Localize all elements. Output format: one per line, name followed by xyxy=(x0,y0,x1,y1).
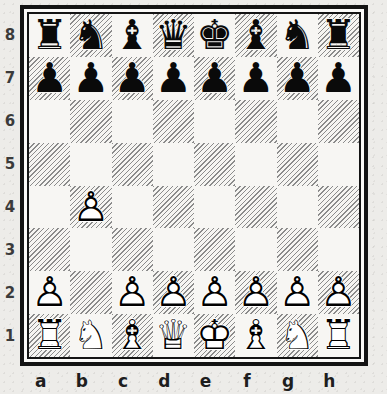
white-knight-g1[interactable]: ♞♘ xyxy=(277,314,318,357)
file-label-a: a xyxy=(20,369,61,393)
square-h5[interactable] xyxy=(318,143,359,186)
square-h8[interactable]: ♜ xyxy=(318,14,359,57)
white-pawn-h2[interactable]: ♟♙ xyxy=(318,271,359,314)
file-labels: abcdefgh xyxy=(20,369,350,393)
white-queen-d1[interactable]: ♛♕ xyxy=(153,314,194,357)
square-b6[interactable] xyxy=(70,100,111,143)
black-queen-d8[interactable]: ♛ xyxy=(153,14,194,57)
square-h6[interactable] xyxy=(318,100,359,143)
white-piece-outline: ♗ xyxy=(235,314,276,357)
square-a1[interactable]: ♜♖ xyxy=(29,314,70,357)
file-label-d: d xyxy=(144,369,185,393)
square-f5[interactable] xyxy=(235,143,276,186)
white-bishop-f1[interactable]: ♝♗ xyxy=(235,314,276,357)
square-f8[interactable]: ♝ xyxy=(235,14,276,57)
white-piece-outline: ♔ xyxy=(194,314,235,357)
white-pawn-a2[interactable]: ♟♙ xyxy=(29,271,70,314)
square-d2[interactable]: ♟♙ xyxy=(153,271,194,314)
square-h4[interactable] xyxy=(318,186,359,229)
rank-label-7: 7 xyxy=(0,57,20,100)
white-piece-outline: ♙ xyxy=(194,271,235,314)
square-b4[interactable]: ♟♙ xyxy=(70,186,111,229)
square-d4[interactable] xyxy=(153,186,194,229)
square-d8[interactable]: ♛ xyxy=(153,14,194,57)
square-e1[interactable]: ♚♔ xyxy=(194,314,235,357)
square-f4[interactable] xyxy=(235,186,276,229)
square-h7[interactable]: ♟ xyxy=(318,57,359,100)
white-piece-outline: ♖ xyxy=(29,314,70,357)
file-label-b: b xyxy=(61,369,102,393)
black-rook-a8[interactable]: ♜ xyxy=(29,14,70,57)
square-e6[interactable] xyxy=(194,100,235,143)
square-e4[interactable] xyxy=(194,186,235,229)
square-a5[interactable] xyxy=(29,143,70,186)
white-piece-outline: ♘ xyxy=(277,314,318,357)
square-d5[interactable] xyxy=(153,143,194,186)
white-rook-a1[interactable]: ♜♖ xyxy=(29,314,70,357)
rank-labels: 87654321 xyxy=(0,14,20,357)
white-piece-outline: ♙ xyxy=(112,271,153,314)
square-h2[interactable]: ♟♙ xyxy=(318,271,359,314)
square-a7[interactable]: ♟ xyxy=(29,57,70,100)
square-f7[interactable]: ♟ xyxy=(235,57,276,100)
square-c6[interactable] xyxy=(112,100,153,143)
square-b5[interactable] xyxy=(70,143,111,186)
white-pawn-g2[interactable]: ♟♙ xyxy=(277,271,318,314)
square-h1[interactable]: ♜♖ xyxy=(318,314,359,357)
square-b3[interactable] xyxy=(70,228,111,271)
file-label-e: e xyxy=(185,369,226,393)
square-e8[interactable]: ♚ xyxy=(194,14,235,57)
white-piece-outline: ♖ xyxy=(318,314,359,357)
black-pawn-c7[interactable]: ♟ xyxy=(112,57,153,100)
black-pawn-b7[interactable]: ♟ xyxy=(70,57,111,100)
square-g5[interactable] xyxy=(277,143,318,186)
square-g3[interactable] xyxy=(277,228,318,271)
white-piece-outline: ♙ xyxy=(153,271,194,314)
chess-board: ♜♞♝♛♚♝♞♜♟♟♟♟♟♟♟♟♟♙♟♙♟♙♟♙♟♙♟♙♟♙♟♙♜♖♞♘♝♗♛♕… xyxy=(29,14,359,357)
square-f3[interactable] xyxy=(235,228,276,271)
white-piece-outline: ♙ xyxy=(29,271,70,314)
black-pawn-a7[interactable]: ♟ xyxy=(29,57,70,100)
black-bishop-f8[interactable]: ♝ xyxy=(235,14,276,57)
white-rook-h1[interactable]: ♜♖ xyxy=(318,314,359,357)
black-pawn-h7[interactable]: ♟ xyxy=(318,57,359,100)
square-e5[interactable] xyxy=(194,143,235,186)
square-g7[interactable]: ♟ xyxy=(277,57,318,100)
black-bishop-c8[interactable]: ♝ xyxy=(112,14,153,57)
white-pawn-e2[interactable]: ♟♙ xyxy=(194,271,235,314)
square-h3[interactable] xyxy=(318,228,359,271)
file-label-c: c xyxy=(103,369,144,393)
rank-label-3: 3 xyxy=(0,229,20,272)
rank-label-4: 4 xyxy=(0,186,20,229)
square-b7[interactable]: ♟ xyxy=(70,57,111,100)
square-b2[interactable] xyxy=(70,271,111,314)
white-king-e1[interactable]: ♚♔ xyxy=(194,314,235,357)
square-a2[interactable]: ♟♙ xyxy=(29,271,70,314)
white-piece-outline: ♙ xyxy=(235,271,276,314)
white-piece-outline: ♗ xyxy=(112,314,153,357)
square-f2[interactable]: ♟♙ xyxy=(235,271,276,314)
square-c2[interactable]: ♟♙ xyxy=(112,271,153,314)
square-g8[interactable]: ♞ xyxy=(277,14,318,57)
white-pawn-b4[interactable]: ♟♙ xyxy=(70,186,111,229)
square-g4[interactable] xyxy=(277,186,318,229)
rank-label-8: 8 xyxy=(0,14,20,57)
square-f1[interactable]: ♝♗ xyxy=(235,314,276,357)
square-b1[interactable]: ♞♘ xyxy=(70,314,111,357)
square-d6[interactable] xyxy=(153,100,194,143)
square-c1[interactable]: ♝♗ xyxy=(112,314,153,357)
square-f6[interactable] xyxy=(235,100,276,143)
white-piece-outline: ♘ xyxy=(70,314,111,357)
square-d7[interactable]: ♟ xyxy=(153,57,194,100)
square-e7[interactable]: ♟ xyxy=(194,57,235,100)
square-c5[interactable] xyxy=(112,143,153,186)
square-g2[interactable]: ♟♙ xyxy=(277,271,318,314)
square-c8[interactable]: ♝ xyxy=(112,14,153,57)
rank-label-5: 5 xyxy=(0,143,20,186)
file-label-h: h xyxy=(309,369,350,393)
black-pawn-e7[interactable]: ♟ xyxy=(194,57,235,100)
square-c3[interactable] xyxy=(112,228,153,271)
square-a4[interactable] xyxy=(29,186,70,229)
square-e2[interactable]: ♟♙ xyxy=(194,271,235,314)
white-piece-outline: ♙ xyxy=(70,186,111,229)
white-piece-outline: ♙ xyxy=(277,271,318,314)
white-pawn-d2[interactable]: ♟♙ xyxy=(153,271,194,314)
square-g6[interactable] xyxy=(277,100,318,143)
square-d3[interactable] xyxy=(153,228,194,271)
rank-label-6: 6 xyxy=(0,100,20,143)
white-piece-outline: ♕ xyxy=(153,314,194,357)
white-piece-outline: ♙ xyxy=(318,271,359,314)
square-d1[interactable]: ♛♕ xyxy=(153,314,194,357)
white-pawn-f2[interactable]: ♟♙ xyxy=(235,271,276,314)
square-a8[interactable]: ♜ xyxy=(29,14,70,57)
white-bishop-c1[interactable]: ♝♗ xyxy=(112,314,153,357)
square-c4[interactable] xyxy=(112,186,153,229)
chess-board-frame: ♜♞♝♛♚♝♞♜♟♟♟♟♟♟♟♟♟♙♟♙♟♙♟♙♟♙♟♙♟♙♟♙♜♖♞♘♝♗♛♕… xyxy=(20,5,368,366)
rank-label-1: 1 xyxy=(0,314,20,357)
square-a3[interactable] xyxy=(29,228,70,271)
black-knight-g8[interactable]: ♞ xyxy=(277,14,318,57)
square-g1[interactable]: ♞♘ xyxy=(277,314,318,357)
square-c7[interactable]: ♟ xyxy=(112,57,153,100)
black-pawn-g7[interactable]: ♟ xyxy=(277,57,318,100)
file-label-f: f xyxy=(226,369,267,393)
chess-diagram-page: 87654321 ♜♞♝♛♚♝♞♜♟♟♟♟♟♟♟♟♟♙♟♙♟♙♟♙♟♙♟♙♟♙♟… xyxy=(0,0,387,394)
square-a6[interactable] xyxy=(29,100,70,143)
rank-label-2: 2 xyxy=(0,271,20,314)
file-label-g: g xyxy=(268,369,309,393)
black-king-e8[interactable]: ♚ xyxy=(194,14,235,57)
white-pawn-c2[interactable]: ♟♙ xyxy=(112,271,153,314)
black-pawn-d7[interactable]: ♟ xyxy=(153,57,194,100)
square-e3[interactable] xyxy=(194,228,235,271)
black-knight-b8[interactable]: ♞ xyxy=(70,14,111,57)
white-knight-b1[interactable]: ♞♘ xyxy=(70,314,111,357)
square-b8[interactable]: ♞ xyxy=(70,14,111,57)
chess-board-inner-border: ♜♞♝♛♚♝♞♜♟♟♟♟♟♟♟♟♟♙♟♙♟♙♟♙♟♙♟♙♟♙♟♙♜♖♞♘♝♗♛♕… xyxy=(27,12,361,359)
black-rook-h8[interactable]: ♜ xyxy=(318,14,359,57)
black-pawn-f7[interactable]: ♟ xyxy=(235,57,276,100)
